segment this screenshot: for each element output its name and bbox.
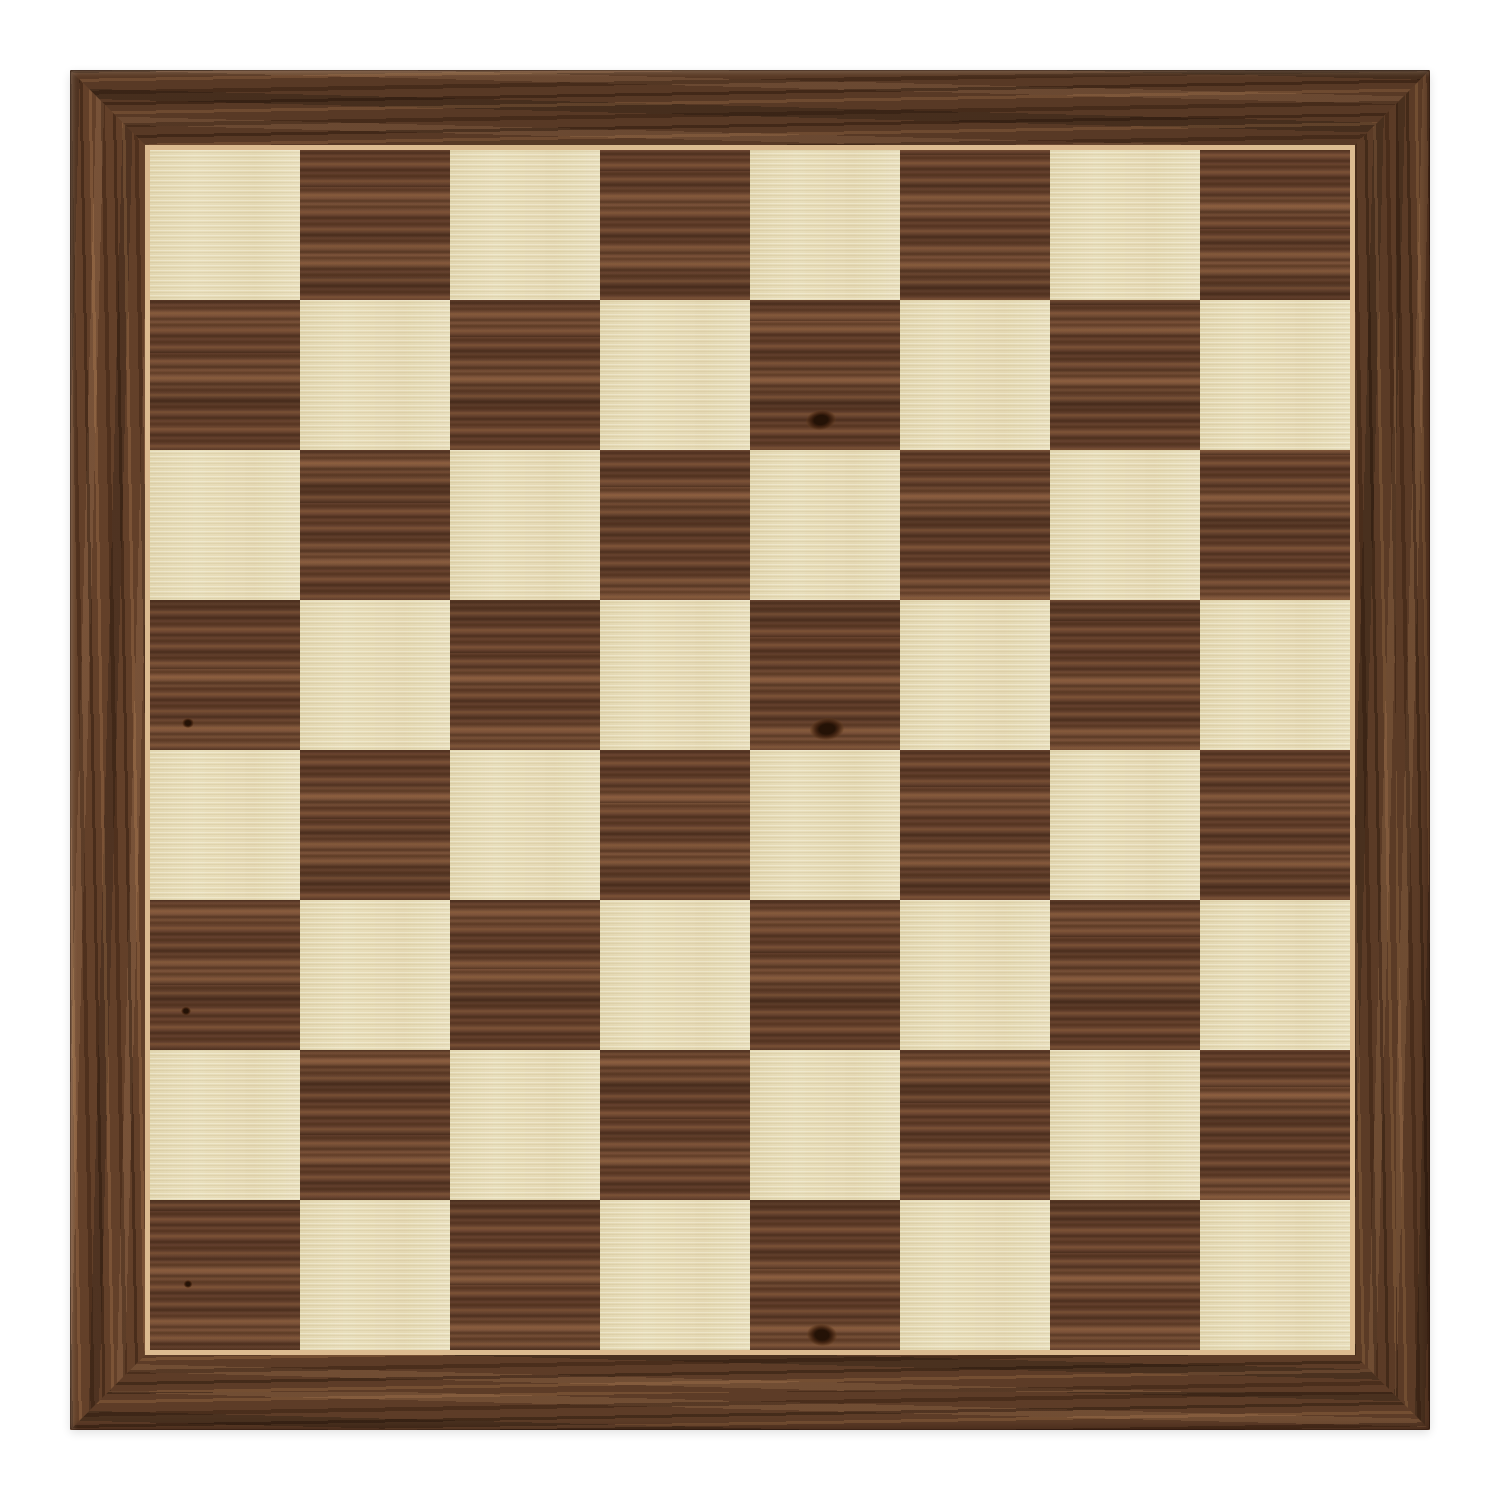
square-c2[interactable] <box>450 1050 600 1200</box>
wood-knot <box>181 1007 191 1016</box>
square-g3[interactable] <box>1050 900 1200 1050</box>
square-c3[interactable] <box>450 900 600 1050</box>
square-d3[interactable] <box>600 900 750 1050</box>
photo-background <box>0 0 1500 1500</box>
square-c1[interactable] <box>450 1200 600 1350</box>
square-d5[interactable] <box>600 600 750 750</box>
square-d4[interactable] <box>600 750 750 900</box>
square-f3[interactable] <box>900 900 1050 1050</box>
square-b7[interactable] <box>300 300 450 450</box>
square-e3[interactable] <box>750 900 900 1050</box>
square-g2[interactable] <box>1050 1050 1200 1200</box>
board-grid <box>150 150 1350 1350</box>
square-h3[interactable] <box>1200 900 1350 1050</box>
square-a1[interactable] <box>150 1200 300 1350</box>
square-c7[interactable] <box>450 300 600 450</box>
square-e6[interactable] <box>750 450 900 600</box>
wood-knot <box>804 408 836 432</box>
board-frame-bottom <box>70 1355 1430 1430</box>
square-f6[interactable] <box>900 450 1050 600</box>
square-h5[interactable] <box>1200 600 1350 750</box>
square-g6[interactable] <box>1050 450 1200 600</box>
square-c6[interactable] <box>450 450 600 600</box>
wood-knot <box>806 1323 838 1348</box>
wood-knot <box>808 716 844 741</box>
square-b2[interactable] <box>300 1050 450 1200</box>
square-e8[interactable] <box>750 150 900 300</box>
square-a4[interactable] <box>150 750 300 900</box>
square-a3[interactable] <box>150 900 300 1050</box>
square-h1[interactable] <box>1200 1200 1350 1350</box>
square-g1[interactable] <box>1050 1200 1200 1350</box>
square-d8[interactable] <box>600 150 750 300</box>
square-e4[interactable] <box>750 750 900 900</box>
square-b8[interactable] <box>300 150 450 300</box>
square-d6[interactable] <box>600 450 750 600</box>
square-g5[interactable] <box>1050 600 1200 750</box>
square-a2[interactable] <box>150 1050 300 1200</box>
board-inlay-border <box>145 145 1355 1355</box>
wood-knot <box>183 1280 192 1288</box>
board-frame-right <box>1355 70 1430 1430</box>
square-d1[interactable] <box>600 1200 750 1350</box>
square-b3[interactable] <box>300 900 450 1050</box>
square-e2[interactable] <box>750 1050 900 1200</box>
square-e5[interactable] <box>750 600 900 750</box>
board-frame-left <box>70 70 145 1430</box>
square-d7[interactable] <box>600 300 750 450</box>
square-h4[interactable] <box>1200 750 1350 900</box>
square-f5[interactable] <box>900 600 1050 750</box>
board-frame-top <box>70 70 1430 145</box>
square-f2[interactable] <box>900 1050 1050 1200</box>
square-h7[interactable] <box>1200 300 1350 450</box>
square-b1[interactable] <box>300 1200 450 1350</box>
square-g7[interactable] <box>1050 300 1200 450</box>
wood-knot <box>182 718 194 728</box>
square-h2[interactable] <box>1200 1050 1350 1200</box>
square-b4[interactable] <box>300 750 450 900</box>
square-c4[interactable] <box>450 750 600 900</box>
square-f1[interactable] <box>900 1200 1050 1350</box>
square-f7[interactable] <box>900 300 1050 450</box>
square-d2[interactable] <box>600 1050 750 1200</box>
square-g4[interactable] <box>1050 750 1200 900</box>
square-h8[interactable] <box>1200 150 1350 300</box>
square-c5[interactable] <box>450 600 600 750</box>
square-f8[interactable] <box>900 150 1050 300</box>
square-a5[interactable] <box>150 600 300 750</box>
square-g8[interactable] <box>1050 150 1200 300</box>
square-a6[interactable] <box>150 450 300 600</box>
square-b6[interactable] <box>300 450 450 600</box>
square-a8[interactable] <box>150 150 300 300</box>
square-f4[interactable] <box>900 750 1050 900</box>
square-a7[interactable] <box>150 300 300 450</box>
square-e7[interactable] <box>750 300 900 450</box>
square-e1[interactable] <box>750 1200 900 1350</box>
square-c8[interactable] <box>450 150 600 300</box>
square-h6[interactable] <box>1200 450 1350 600</box>
chess-board <box>70 70 1430 1430</box>
square-b5[interactable] <box>300 600 450 750</box>
